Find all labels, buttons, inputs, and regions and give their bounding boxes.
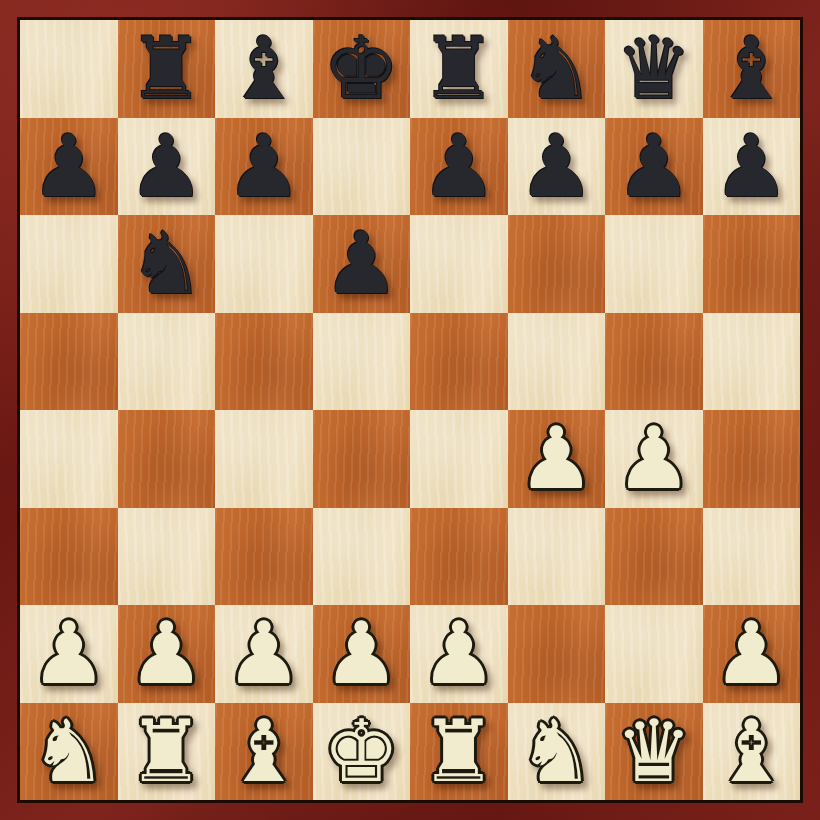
square-a1[interactable]: ♞ — [20, 703, 118, 801]
black-queen[interactable]: ♛ — [615, 20, 692, 117]
black-bishop[interactable]: ♝ — [713, 20, 790, 117]
square-c6[interactable] — [215, 215, 313, 313]
square-g3[interactable] — [605, 508, 703, 606]
square-d6[interactable]: ♟ — [313, 215, 411, 313]
square-d3[interactable] — [313, 508, 411, 606]
white-rook[interactable]: ♜ — [128, 703, 205, 800]
square-f1[interactable]: ♞ — [508, 703, 606, 801]
square-h2[interactable]: ♟ — [703, 605, 801, 703]
square-a6[interactable] — [20, 215, 118, 313]
square-b6[interactable]: ♞ — [118, 215, 216, 313]
chess-board: ♜♝♚♜♞♛♝♟♟♟♟♟♟♟♞♟♟♟♟♟♟♟♟♟♞♜♝♚♜♞♛♝ — [20, 20, 800, 800]
square-h8[interactable]: ♝ — [703, 20, 801, 118]
square-a8[interactable] — [20, 20, 118, 118]
white-pawn[interactable]: ♟ — [30, 605, 107, 702]
square-a4[interactable] — [20, 410, 118, 508]
white-pawn[interactable]: ♟ — [713, 605, 790, 702]
white-rook[interactable]: ♜ — [420, 703, 497, 800]
square-e5[interactable] — [410, 313, 508, 411]
white-king[interactable]: ♚ — [323, 703, 400, 800]
square-e4[interactable] — [410, 410, 508, 508]
square-e1[interactable]: ♜ — [410, 703, 508, 801]
black-pawn[interactable]: ♟ — [518, 118, 595, 215]
black-pawn[interactable]: ♟ — [323, 215, 400, 312]
square-h1[interactable]: ♝ — [703, 703, 801, 801]
square-g5[interactable] — [605, 313, 703, 411]
black-rook[interactable]: ♜ — [420, 20, 497, 117]
square-b1[interactable]: ♜ — [118, 703, 216, 801]
square-f5[interactable] — [508, 313, 606, 411]
square-e3[interactable] — [410, 508, 508, 606]
white-knight[interactable]: ♞ — [518, 703, 595, 800]
white-pawn[interactable]: ♟ — [615, 410, 692, 507]
square-h6[interactable] — [703, 215, 801, 313]
black-pawn[interactable]: ♟ — [225, 118, 302, 215]
board-frame: ♜♝♚♜♞♛♝♟♟♟♟♟♟♟♞♟♟♟♟♟♟♟♟♟♞♜♝♚♜♞♛♝ — [0, 0, 820, 820]
square-e2[interactable]: ♟ — [410, 605, 508, 703]
square-c5[interactable] — [215, 313, 313, 411]
square-f7[interactable]: ♟ — [508, 118, 606, 216]
white-pawn[interactable]: ♟ — [420, 605, 497, 702]
square-f8[interactable]: ♞ — [508, 20, 606, 118]
square-c8[interactable]: ♝ — [215, 20, 313, 118]
square-f4[interactable]: ♟ — [508, 410, 606, 508]
square-g1[interactable]: ♛ — [605, 703, 703, 801]
square-d2[interactable]: ♟ — [313, 605, 411, 703]
black-bishop[interactable]: ♝ — [225, 20, 302, 117]
square-g8[interactable]: ♛ — [605, 20, 703, 118]
white-queen[interactable]: ♛ — [615, 703, 692, 800]
square-g6[interactable] — [605, 215, 703, 313]
square-g4[interactable]: ♟ — [605, 410, 703, 508]
board-border-line: ♜♝♚♜♞♛♝♟♟♟♟♟♟♟♞♟♟♟♟♟♟♟♟♟♞♜♝♚♜♞♛♝ — [17, 17, 803, 803]
black-rook[interactable]: ♜ — [128, 20, 205, 117]
square-e8[interactable]: ♜ — [410, 20, 508, 118]
square-c2[interactable]: ♟ — [215, 605, 313, 703]
square-f3[interactable] — [508, 508, 606, 606]
square-a2[interactable]: ♟ — [20, 605, 118, 703]
square-c4[interactable] — [215, 410, 313, 508]
square-b2[interactable]: ♟ — [118, 605, 216, 703]
square-c3[interactable] — [215, 508, 313, 606]
white-knight[interactable]: ♞ — [30, 703, 107, 800]
white-pawn[interactable]: ♟ — [128, 605, 205, 702]
white-pawn[interactable]: ♟ — [225, 605, 302, 702]
square-h5[interactable] — [703, 313, 801, 411]
black-pawn[interactable]: ♟ — [128, 118, 205, 215]
square-b4[interactable] — [118, 410, 216, 508]
black-pawn[interactable]: ♟ — [713, 118, 790, 215]
square-d5[interactable] — [313, 313, 411, 411]
black-pawn[interactable]: ♟ — [30, 118, 107, 215]
black-knight[interactable]: ♞ — [128, 215, 205, 312]
square-e6[interactable] — [410, 215, 508, 313]
white-bishop[interactable]: ♝ — [713, 703, 790, 800]
white-pawn[interactable]: ♟ — [518, 410, 595, 507]
square-b3[interactable] — [118, 508, 216, 606]
square-a7[interactable]: ♟ — [20, 118, 118, 216]
square-a5[interactable] — [20, 313, 118, 411]
square-g2[interactable] — [605, 605, 703, 703]
square-h7[interactable]: ♟ — [703, 118, 801, 216]
square-d8[interactable]: ♚ — [313, 20, 411, 118]
square-f2[interactable] — [508, 605, 606, 703]
black-knight[interactable]: ♞ — [518, 20, 595, 117]
square-h4[interactable] — [703, 410, 801, 508]
square-d1[interactable]: ♚ — [313, 703, 411, 801]
square-g7[interactable]: ♟ — [605, 118, 703, 216]
square-a3[interactable] — [20, 508, 118, 606]
square-b8[interactable]: ♜ — [118, 20, 216, 118]
white-bishop[interactable]: ♝ — [225, 703, 302, 800]
black-king[interactable]: ♚ — [323, 20, 400, 117]
square-h3[interactable] — [703, 508, 801, 606]
square-d7[interactable] — [313, 118, 411, 216]
square-c7[interactable]: ♟ — [215, 118, 313, 216]
square-b5[interactable] — [118, 313, 216, 411]
square-d4[interactable] — [313, 410, 411, 508]
black-pawn[interactable]: ♟ — [615, 118, 692, 215]
square-c1[interactable]: ♝ — [215, 703, 313, 801]
square-f6[interactable] — [508, 215, 606, 313]
square-e7[interactable]: ♟ — [410, 118, 508, 216]
black-pawn[interactable]: ♟ — [420, 118, 497, 215]
white-pawn[interactable]: ♟ — [323, 605, 400, 702]
square-b7[interactable]: ♟ — [118, 118, 216, 216]
